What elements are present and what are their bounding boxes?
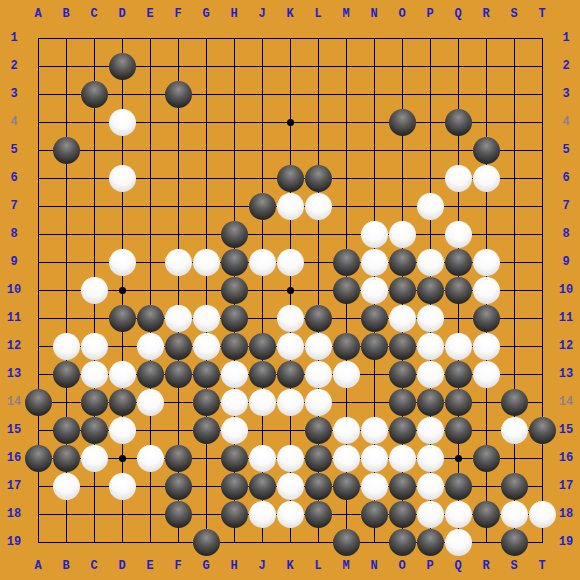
coord-label-bottom: N — [362, 559, 386, 573]
black-stone — [389, 249, 416, 276]
black-stone — [249, 333, 276, 360]
black-stone — [501, 529, 528, 556]
black-stone — [221, 445, 248, 472]
black-stone — [193, 417, 220, 444]
coord-label-left: 12 — [2, 339, 26, 353]
white-stone — [81, 333, 108, 360]
coord-label-left: 13 — [2, 367, 26, 381]
coord-label-left: 16 — [2, 451, 26, 465]
black-stone — [389, 473, 416, 500]
coord-label-bottom: E — [138, 559, 162, 573]
coord-label-bottom: T — [530, 559, 554, 573]
white-stone — [109, 361, 136, 388]
white-stone — [193, 333, 220, 360]
black-stone — [445, 361, 472, 388]
black-stone — [389, 109, 416, 136]
star-point — [119, 455, 126, 462]
coord-label-left: 3 — [2, 87, 26, 101]
coord-label-bottom: O — [390, 559, 414, 573]
white-stone — [417, 501, 444, 528]
coord-label-right: 18 — [554, 507, 578, 521]
coord-label-top: K — [278, 7, 302, 21]
black-stone — [389, 501, 416, 528]
white-stone — [361, 445, 388, 472]
white-stone — [361, 417, 388, 444]
black-stone — [81, 81, 108, 108]
coord-label-right: 15 — [554, 423, 578, 437]
star-point — [455, 455, 462, 462]
white-stone — [473, 165, 500, 192]
white-stone — [445, 333, 472, 360]
black-stone — [389, 361, 416, 388]
black-stone — [445, 109, 472, 136]
black-stone — [249, 473, 276, 500]
white-stone — [529, 501, 556, 528]
white-stone — [389, 445, 416, 472]
coord-label-right: 9 — [554, 255, 578, 269]
black-stone — [221, 473, 248, 500]
coord-label-top: G — [194, 7, 218, 21]
white-stone — [417, 445, 444, 472]
white-stone — [137, 389, 164, 416]
coord-label-right: 7 — [554, 199, 578, 213]
coord-label-top: R — [474, 7, 498, 21]
black-stone — [305, 165, 332, 192]
white-stone — [277, 193, 304, 220]
white-stone — [277, 389, 304, 416]
coord-label-bottom: R — [474, 559, 498, 573]
black-stone — [305, 473, 332, 500]
black-stone — [501, 389, 528, 416]
white-stone — [249, 501, 276, 528]
white-stone — [417, 333, 444, 360]
white-stone — [305, 193, 332, 220]
coord-label-right: 8 — [554, 227, 578, 241]
coord-label-right: 13 — [554, 367, 578, 381]
black-stone — [221, 501, 248, 528]
black-stone — [445, 389, 472, 416]
black-stone — [473, 137, 500, 164]
white-stone — [109, 249, 136, 276]
white-stone — [137, 333, 164, 360]
black-stone — [165, 81, 192, 108]
coord-label-left: 4 — [2, 115, 26, 129]
black-stone — [305, 417, 332, 444]
coord-label-right: 4 — [554, 115, 578, 129]
black-stone — [333, 333, 360, 360]
black-stone — [305, 445, 332, 472]
white-stone — [277, 501, 304, 528]
white-stone — [165, 249, 192, 276]
coord-label-bottom: K — [278, 559, 302, 573]
white-stone — [137, 445, 164, 472]
white-stone — [473, 249, 500, 276]
black-stone — [53, 137, 80, 164]
white-stone — [277, 305, 304, 332]
coord-label-bottom: M — [334, 559, 358, 573]
black-stone — [53, 445, 80, 472]
coord-label-bottom: D — [110, 559, 134, 573]
coord-label-right: 14 — [554, 395, 578, 409]
coord-label-left: 8 — [2, 227, 26, 241]
white-stone — [389, 305, 416, 332]
grid-line-vertical — [542, 38, 543, 543]
coord-label-left: 10 — [2, 283, 26, 297]
black-stone — [249, 193, 276, 220]
black-stone — [529, 417, 556, 444]
white-stone — [417, 249, 444, 276]
coord-label-bottom: H — [222, 559, 246, 573]
coord-label-right: 5 — [554, 143, 578, 157]
black-stone — [389, 333, 416, 360]
coord-label-right: 2 — [554, 59, 578, 73]
coord-label-top: J — [250, 7, 274, 21]
black-stone — [305, 501, 332, 528]
star-point — [119, 287, 126, 294]
white-stone — [445, 529, 472, 556]
black-stone — [81, 417, 108, 444]
coord-label-right: 6 — [554, 171, 578, 185]
black-stone — [445, 417, 472, 444]
coord-label-left: 17 — [2, 479, 26, 493]
coord-label-left: 19 — [2, 535, 26, 549]
white-stone — [473, 333, 500, 360]
white-stone — [361, 473, 388, 500]
white-stone — [221, 361, 248, 388]
black-stone — [445, 277, 472, 304]
white-stone — [249, 249, 276, 276]
white-stone — [193, 305, 220, 332]
black-stone — [389, 277, 416, 304]
black-stone — [417, 389, 444, 416]
white-stone — [249, 389, 276, 416]
black-stone — [501, 473, 528, 500]
black-stone — [193, 389, 220, 416]
black-stone — [165, 473, 192, 500]
black-stone — [109, 53, 136, 80]
black-stone — [277, 361, 304, 388]
black-stone — [277, 165, 304, 192]
white-stone — [193, 249, 220, 276]
white-stone — [109, 165, 136, 192]
coord-label-top: H — [222, 7, 246, 21]
white-stone — [305, 333, 332, 360]
white-stone — [389, 221, 416, 248]
coord-label-top: E — [138, 7, 162, 21]
white-stone — [277, 445, 304, 472]
go-board[interactable]: AABBCCDDEEFFGGHHJJKKLLMMNNOOPPQQRRSSTT11… — [0, 0, 580, 580]
coord-label-bottom: G — [194, 559, 218, 573]
coord-label-top: F — [166, 7, 190, 21]
white-stone — [417, 361, 444, 388]
coord-label-left: 11 — [2, 311, 26, 325]
white-stone — [361, 277, 388, 304]
black-stone — [333, 529, 360, 556]
coord-label-bottom: B — [54, 559, 78, 573]
black-stone — [473, 501, 500, 528]
black-stone — [25, 445, 52, 472]
black-stone — [53, 417, 80, 444]
grid-line-vertical — [514, 38, 515, 543]
black-stone — [333, 249, 360, 276]
black-stone — [221, 221, 248, 248]
black-stone — [165, 445, 192, 472]
white-stone — [53, 333, 80, 360]
black-stone — [25, 389, 52, 416]
black-stone — [361, 333, 388, 360]
white-stone — [277, 473, 304, 500]
coord-label-left: 5 — [2, 143, 26, 157]
black-stone — [389, 529, 416, 556]
white-stone — [277, 249, 304, 276]
white-stone — [417, 473, 444, 500]
coord-label-bottom: Q — [446, 559, 470, 573]
black-stone — [249, 361, 276, 388]
black-stone — [361, 501, 388, 528]
star-point — [287, 119, 294, 126]
coord-label-bottom: F — [166, 559, 190, 573]
white-stone — [361, 249, 388, 276]
coord-label-right: 11 — [554, 311, 578, 325]
coord-label-left: 9 — [2, 255, 26, 269]
coord-label-top: Q — [446, 7, 470, 21]
white-stone — [473, 277, 500, 304]
black-stone — [417, 529, 444, 556]
black-stone — [221, 277, 248, 304]
white-stone — [81, 277, 108, 304]
coord-label-top: T — [530, 7, 554, 21]
black-stone — [109, 389, 136, 416]
white-stone — [417, 417, 444, 444]
black-stone — [221, 305, 248, 332]
coord-label-right: 1 — [554, 31, 578, 45]
coord-label-left: 2 — [2, 59, 26, 73]
black-stone — [389, 417, 416, 444]
black-stone — [221, 333, 248, 360]
black-stone — [417, 277, 444, 304]
black-stone — [193, 361, 220, 388]
coord-label-right: 17 — [554, 479, 578, 493]
coord-label-top: L — [306, 7, 330, 21]
white-stone — [109, 473, 136, 500]
black-stone — [389, 389, 416, 416]
black-stone — [361, 305, 388, 332]
coord-label-right: 12 — [554, 339, 578, 353]
black-stone — [445, 249, 472, 276]
coord-label-top: A — [26, 7, 50, 21]
coord-label-bottom: L — [306, 559, 330, 573]
black-stone — [445, 473, 472, 500]
coord-label-bottom: P — [418, 559, 442, 573]
white-stone — [445, 221, 472, 248]
coord-label-top: O — [390, 7, 414, 21]
coord-label-top: N — [362, 7, 386, 21]
coord-label-top: B — [54, 7, 78, 21]
coord-label-top: P — [418, 7, 442, 21]
black-stone — [221, 249, 248, 276]
black-stone — [473, 445, 500, 472]
white-stone — [305, 361, 332, 388]
coord-label-top: M — [334, 7, 358, 21]
white-stone — [221, 389, 248, 416]
white-stone — [417, 193, 444, 220]
white-stone — [81, 361, 108, 388]
black-stone — [473, 305, 500, 332]
black-stone — [165, 361, 192, 388]
black-stone — [81, 389, 108, 416]
coord-label-top: S — [502, 7, 526, 21]
white-stone — [445, 165, 472, 192]
coord-label-right: 10 — [554, 283, 578, 297]
black-stone — [137, 305, 164, 332]
white-stone — [333, 361, 360, 388]
black-stone — [165, 501, 192, 528]
coord-label-top: D — [110, 7, 134, 21]
white-stone — [109, 109, 136, 136]
coord-label-left: 15 — [2, 423, 26, 437]
black-stone — [333, 473, 360, 500]
white-stone — [445, 501, 472, 528]
white-stone — [501, 501, 528, 528]
black-stone — [109, 305, 136, 332]
coord-label-right: 19 — [554, 535, 578, 549]
white-stone — [277, 333, 304, 360]
coord-label-left: 6 — [2, 171, 26, 185]
black-stone — [53, 361, 80, 388]
coord-label-left: 7 — [2, 199, 26, 213]
coord-label-bottom: C — [82, 559, 106, 573]
coord-label-right: 3 — [554, 87, 578, 101]
coord-label-left: 18 — [2, 507, 26, 521]
coord-label-top: C — [82, 7, 106, 21]
white-stone — [501, 417, 528, 444]
black-stone — [305, 305, 332, 332]
white-stone — [109, 417, 136, 444]
white-stone — [473, 361, 500, 388]
white-stone — [249, 445, 276, 472]
white-stone — [53, 473, 80, 500]
coord-label-right: 16 — [554, 451, 578, 465]
coord-label-left: 14 — [2, 395, 26, 409]
black-stone — [137, 361, 164, 388]
coord-label-bottom: J — [250, 559, 274, 573]
white-stone — [333, 445, 360, 472]
coord-label-left: 1 — [2, 31, 26, 45]
white-stone — [165, 305, 192, 332]
white-stone — [417, 305, 444, 332]
coord-label-bottom: S — [502, 559, 526, 573]
star-point — [287, 287, 294, 294]
black-stone — [165, 333, 192, 360]
white-stone — [221, 417, 248, 444]
coord-label-bottom: A — [26, 559, 50, 573]
white-stone — [361, 221, 388, 248]
white-stone — [333, 417, 360, 444]
white-stone — [81, 445, 108, 472]
black-stone — [193, 529, 220, 556]
black-stone — [333, 277, 360, 304]
white-stone — [305, 389, 332, 416]
